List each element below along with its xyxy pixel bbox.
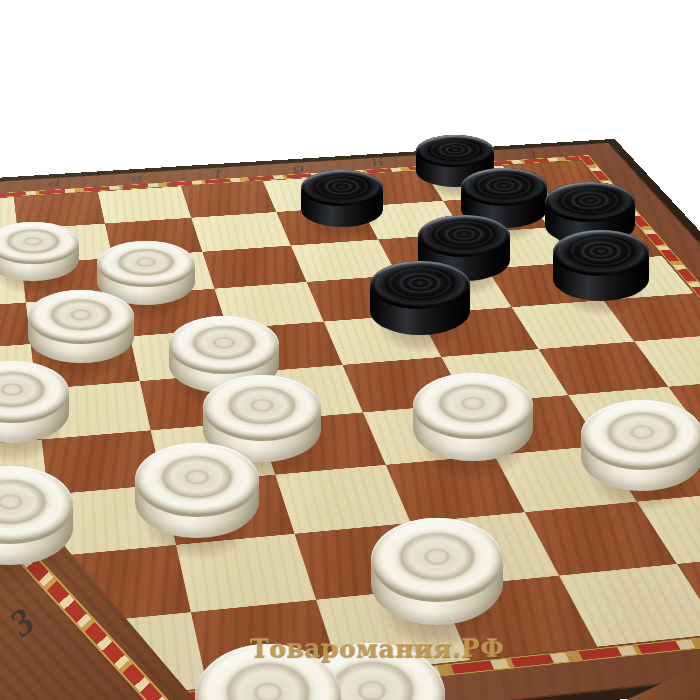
piece-gloss-highlight <box>553 230 649 275</box>
piece-gloss-highlight <box>195 644 341 700</box>
black-checker-i7[interactable]: ⛂ <box>553 230 649 300</box>
white-checker-d7[interactable]: ⛀ <box>28 290 134 363</box>
piece-gloss-highlight <box>203 375 321 441</box>
white-checker-d1[interactable]: ⛀ <box>195 644 341 700</box>
pieces-layer: ⛂⛂⛂⛂⛂⛂⛂⛀⛀⛀⛀⛀⛀⛀⛀⛀⛀⛀⛀⛀ <box>0 0 700 700</box>
piece-gloss-highlight <box>169 316 279 373</box>
piece-gloss-highlight <box>461 168 547 205</box>
piece-gloss-highlight <box>301 170 383 206</box>
piece-gloss-highlight <box>416 135 494 167</box>
white-checker-c6[interactable]: ⛀ <box>0 361 69 444</box>
piece-gloss-highlight <box>97 241 195 288</box>
black-checker-g9[interactable]: ⛂ <box>301 170 383 227</box>
piece-gloss-highlight <box>418 215 510 257</box>
white-checker-h3[interactable]: ⛀ <box>371 518 503 625</box>
piece-gloss-highlight <box>28 290 134 344</box>
white-checker-i4[interactable]: ⛀ <box>581 400 700 491</box>
piece-gloss-highlight <box>371 518 503 603</box>
piece-gloss-highlight <box>413 373 533 440</box>
white-checker-h5[interactable]: ⛀ <box>413 373 533 461</box>
photo-stage: abcdefghij 12345678910 3 ⛂⛂⛂⛂⛂⛂⛂⛀⛀⛀⛀⛀⛀⛀⛀… <box>0 0 700 700</box>
white-checker-b5[interactable]: ⛀ <box>0 466 73 565</box>
piece-gloss-highlight <box>581 400 700 470</box>
white-checker-e4[interactable]: ⛀ <box>135 443 259 539</box>
piece-gloss-highlight <box>370 261 470 310</box>
piece-gloss-highlight <box>545 182 635 222</box>
black-checker-g7[interactable]: ⛂ <box>370 261 470 336</box>
piece-gloss-highlight <box>135 443 259 517</box>
white-checker-d9[interactable]: ⛀ <box>0 222 79 282</box>
